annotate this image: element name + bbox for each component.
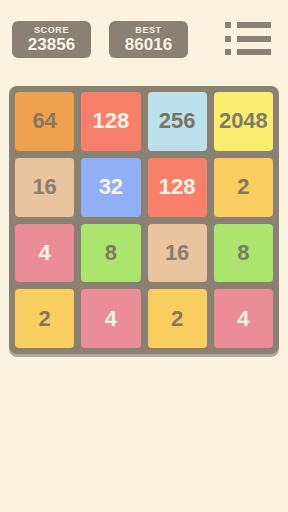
tile-r2c2-32: 32	[81, 158, 140, 217]
menu-bar-icon	[237, 36, 271, 42]
tile-r1c1-64: 64	[15, 92, 74, 151]
tile-r2c1-16: 16	[15, 158, 74, 217]
menu-bullet-icon	[225, 49, 231, 55]
tile-r2c4-2: 2	[214, 158, 273, 217]
menu-bar-icon	[237, 49, 271, 55]
tile-r2c3-128: 128	[148, 158, 207, 217]
tile-r3c2-8: 8	[81, 224, 140, 283]
tile-r3c1-4: 4	[15, 224, 74, 283]
menu-bar-icon	[237, 22, 271, 28]
tile-r3c4-8: 8	[214, 224, 273, 283]
tile-r1c4-2048: 2048	[214, 92, 273, 151]
list-menu-icon	[225, 36, 271, 42]
menu-bullet-icon	[225, 36, 231, 42]
menu-button[interactable]	[225, 22, 271, 55]
tile-r4c3-2: 2	[148, 289, 207, 348]
board[interactable]: 64128256204816321282481682424	[9, 86, 279, 354]
menu-bullet-icon	[225, 22, 231, 28]
list-menu-icon	[225, 22, 271, 28]
tile-r4c1-2: 2	[15, 289, 74, 348]
list-menu-icon	[225, 49, 271, 55]
best-badge: BEST 86016	[109, 21, 188, 58]
score-value: 23856	[28, 36, 75, 54]
best-value: 86016	[125, 36, 172, 54]
game-screen: SCORE 23856 BEST 86016 64128256204816321…	[0, 0, 288, 512]
tile-r4c2-4: 4	[81, 289, 140, 348]
tile-r1c3-256: 256	[148, 92, 207, 151]
score-badge: SCORE 23856	[12, 21, 91, 58]
tile-r1c2-128: 128	[81, 92, 140, 151]
tile-r4c4-4: 4	[214, 289, 273, 348]
tile-r3c3-16: 16	[148, 224, 207, 283]
